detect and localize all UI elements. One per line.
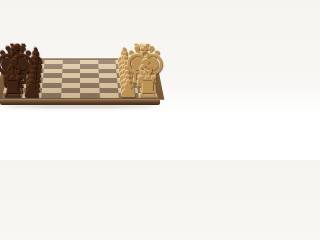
chess-set-photo: ♜♟♟♜♞♟♟♞♝♟♟♝♛♟♟♛♚♟♟♚♝♟♟♝♞♟♟♞♜♟♟♜	[0, 0, 160, 160]
black-pawn: ♟	[21, 78, 42, 101]
white-rook: ♜	[135, 74, 160, 102]
pieces-layer: ♜♟♟♜♞♟♟♞♝♟♟♝♛♟♟♛♚♟♟♚♝♟♟♝♞♟♟♞♜♟♟♜	[0, 0, 160, 160]
